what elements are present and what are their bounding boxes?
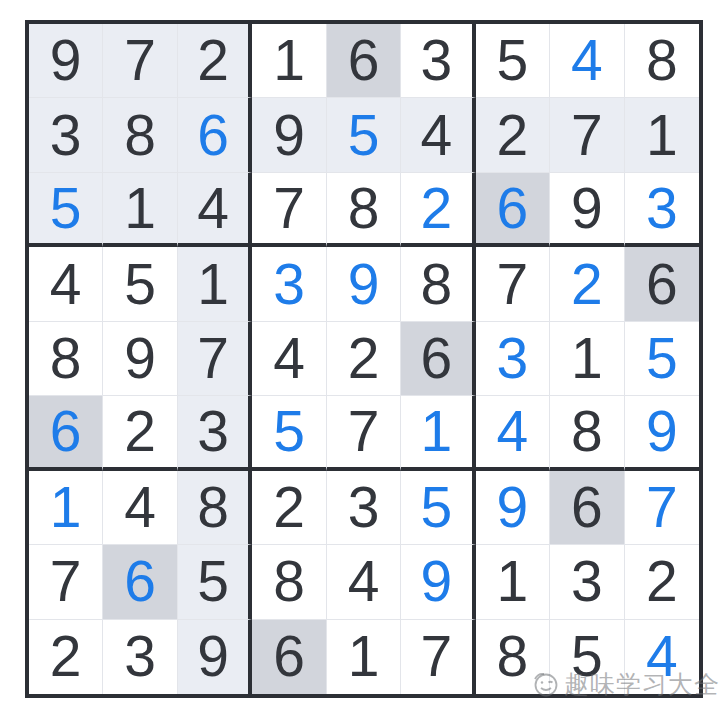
cell-r2c7[interactable]: 2	[476, 98, 550, 172]
cell-r9c6[interactable]: 7	[401, 620, 475, 694]
cell-r3c2[interactable]: 1	[103, 173, 177, 247]
cell-r7c1[interactable]: 1	[29, 471, 103, 545]
cell-r7c4[interactable]: 2	[252, 471, 326, 545]
cell-r7c6[interactable]: 5	[401, 471, 475, 545]
cell-r6c1[interactable]: 6	[29, 396, 103, 470]
cell-r8c6[interactable]: 9	[401, 545, 475, 619]
cell-r4c8[interactable]: 2	[550, 247, 624, 321]
cell-r2c8[interactable]: 7	[550, 98, 624, 172]
cell-r4c9[interactable]: 6	[625, 247, 699, 321]
cell-r9c9[interactable]: 4	[625, 620, 699, 694]
cell-r2c3[interactable]: 6	[178, 98, 252, 172]
cell-r1c3[interactable]: 2	[178, 24, 252, 98]
cell-r3c4[interactable]: 7	[252, 173, 326, 247]
cell-r5c4[interactable]: 4	[252, 322, 326, 396]
cell-r8c3[interactable]: 5	[178, 545, 252, 619]
cell-r5c7[interactable]: 3	[476, 322, 550, 396]
cell-r5c6[interactable]: 6	[401, 322, 475, 396]
cell-r7c3[interactable]: 8	[178, 471, 252, 545]
cell-r6c7[interactable]: 4	[476, 396, 550, 470]
cell-r3c5[interactable]: 8	[327, 173, 401, 247]
cell-r6c2[interactable]: 2	[103, 396, 177, 470]
cell-r4c1[interactable]: 4	[29, 247, 103, 321]
cell-r5c1[interactable]: 8	[29, 322, 103, 396]
cell-r3c8[interactable]: 9	[550, 173, 624, 247]
cell-r8c7[interactable]: 1	[476, 545, 550, 619]
cell-r1c4[interactable]: 1	[252, 24, 326, 98]
cell-r1c8[interactable]: 4	[550, 24, 624, 98]
cell-r2c6[interactable]: 4	[401, 98, 475, 172]
cell-r1c5[interactable]: 6	[327, 24, 401, 98]
cell-r7c9[interactable]: 7	[625, 471, 699, 545]
cell-r6c4[interactable]: 5	[252, 396, 326, 470]
cell-r8c1[interactable]: 7	[29, 545, 103, 619]
cell-r4c5[interactable]: 9	[327, 247, 401, 321]
cell-r3c3[interactable]: 4	[178, 173, 252, 247]
cell-r3c6[interactable]: 2	[401, 173, 475, 247]
cell-r5c3[interactable]: 7	[178, 322, 252, 396]
cell-r5c5[interactable]: 2	[327, 322, 401, 396]
cell-r7c2[interactable]: 4	[103, 471, 177, 545]
cell-r2c2[interactable]: 8	[103, 98, 177, 172]
cell-r4c7[interactable]: 7	[476, 247, 550, 321]
cell-r4c3[interactable]: 1	[178, 247, 252, 321]
cell-r2c5[interactable]: 5	[327, 98, 401, 172]
cell-r5c9[interactable]: 5	[625, 322, 699, 396]
cell-r3c9[interactable]: 3	[625, 173, 699, 247]
cell-r9c8[interactable]: 5	[550, 620, 624, 694]
cell-r8c8[interactable]: 3	[550, 545, 624, 619]
cell-r9c7[interactable]: 8	[476, 620, 550, 694]
cell-r1c7[interactable]: 5	[476, 24, 550, 98]
cell-r5c8[interactable]: 1	[550, 322, 624, 396]
cell-r8c9[interactable]: 2	[625, 545, 699, 619]
cell-r4c6[interactable]: 8	[401, 247, 475, 321]
cell-r7c5[interactable]: 3	[327, 471, 401, 545]
cell-r9c3[interactable]: 9	[178, 620, 252, 694]
cell-r8c4[interactable]: 8	[252, 545, 326, 619]
cell-r8c2[interactable]: 6	[103, 545, 177, 619]
cell-r3c1[interactable]: 5	[29, 173, 103, 247]
sudoku-board: 9721635483869542715147826934513987268974…	[25, 20, 703, 698]
cell-r1c6[interactable]: 3	[401, 24, 475, 98]
cell-r9c2[interactable]: 3	[103, 620, 177, 694]
cell-r4c2[interactable]: 5	[103, 247, 177, 321]
cell-r2c9[interactable]: 1	[625, 98, 699, 172]
cell-r4c4[interactable]: 3	[252, 247, 326, 321]
cell-r1c1[interactable]: 9	[29, 24, 103, 98]
cell-r7c7[interactable]: 9	[476, 471, 550, 545]
cell-r6c3[interactable]: 3	[178, 396, 252, 470]
cell-r2c4[interactable]: 9	[252, 98, 326, 172]
cell-r9c5[interactable]: 1	[327, 620, 401, 694]
cell-r7c8[interactable]: 6	[550, 471, 624, 545]
cell-r5c2[interactable]: 9	[103, 322, 177, 396]
cell-r3c7[interactable]: 6	[476, 173, 550, 247]
cell-r9c4[interactable]: 6	[252, 620, 326, 694]
cell-r1c2[interactable]: 7	[103, 24, 177, 98]
cell-r6c6[interactable]: 1	[401, 396, 475, 470]
cell-r2c1[interactable]: 3	[29, 98, 103, 172]
cell-r9c1[interactable]: 2	[29, 620, 103, 694]
cell-r6c9[interactable]: 9	[625, 396, 699, 470]
cell-r1c9[interactable]: 8	[625, 24, 699, 98]
cell-r6c8[interactable]: 8	[550, 396, 624, 470]
cell-r8c5[interactable]: 4	[327, 545, 401, 619]
cell-r6c5[interactable]: 7	[327, 396, 401, 470]
